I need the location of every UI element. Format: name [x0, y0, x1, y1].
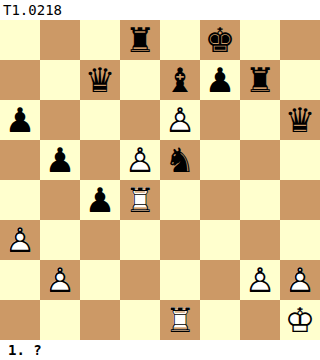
- square-d1[interactable]: [120, 300, 160, 340]
- square-f7[interactable]: ♟: [200, 60, 240, 100]
- square-a5[interactable]: [0, 140, 40, 180]
- square-d3[interactable]: [120, 220, 160, 260]
- square-h6[interactable]: ♛: [280, 100, 320, 140]
- piece-glyph: ♜: [240, 60, 280, 100]
- piece-glyph: ♜: [120, 20, 160, 60]
- piece-black-queen[interactable]: ♛: [280, 100, 320, 140]
- square-a2[interactable]: [0, 260, 40, 300]
- piece-white-pawn[interactable]: ♟♙: [240, 260, 280, 300]
- square-c3[interactable]: [80, 220, 120, 260]
- piece-glyph: ♟: [80, 180, 120, 220]
- square-d6[interactable]: [120, 100, 160, 140]
- piece-black-queen[interactable]: ♛: [80, 60, 120, 100]
- square-h7[interactable]: [280, 60, 320, 100]
- piece-white-rook[interactable]: ♜♖: [160, 300, 200, 340]
- square-h1[interactable]: ♚♔: [280, 300, 320, 340]
- square-h3[interactable]: [280, 220, 320, 260]
- square-b5[interactable]: ♟: [40, 140, 80, 180]
- piece-glyph-outline: ♙: [0, 220, 40, 260]
- square-g4[interactable]: [240, 180, 280, 220]
- puzzle-id: T1.0218: [3, 2, 62, 18]
- piece-black-rook[interactable]: ♜: [120, 20, 160, 60]
- square-d7[interactable]: [120, 60, 160, 100]
- piece-glyph-outline: ♙: [240, 260, 280, 300]
- move-prompt: 1. ?: [8, 342, 42, 358]
- piece-glyph-outline: ♙: [280, 260, 320, 300]
- piece-white-pawn[interactable]: ♟♙: [40, 260, 80, 300]
- chess-puzzle-app: T1.0218 ♜♚♛♝♟♜♟♟♙♛♟♟♙♞♟♜♖♟♙♟♙♟♙♟♙♜♖♚♔ 1.…: [0, 0, 320, 360]
- piece-black-king[interactable]: ♚: [200, 20, 240, 60]
- square-a3[interactable]: ♟♙: [0, 220, 40, 260]
- piece-black-pawn[interactable]: ♟: [40, 140, 80, 180]
- square-b1[interactable]: [40, 300, 80, 340]
- square-g6[interactable]: [240, 100, 280, 140]
- square-e2[interactable]: [160, 260, 200, 300]
- piece-white-king[interactable]: ♚♔: [280, 300, 320, 340]
- piece-black-bishop[interactable]: ♝: [160, 60, 200, 100]
- square-d2[interactable]: [120, 260, 160, 300]
- square-c7[interactable]: ♛: [80, 60, 120, 100]
- square-f1[interactable]: [200, 300, 240, 340]
- piece-glyph-outline: ♙: [160, 100, 200, 140]
- square-e8[interactable]: [160, 20, 200, 60]
- piece-glyph: ♟: [0, 100, 40, 140]
- square-f3[interactable]: [200, 220, 240, 260]
- square-f2[interactable]: [200, 260, 240, 300]
- piece-glyph: ♝: [160, 60, 200, 100]
- square-f6[interactable]: [200, 100, 240, 140]
- piece-glyph-outline: ♙: [40, 260, 80, 300]
- piece-glyph: ♞: [160, 140, 200, 180]
- piece-glyph: ♟: [200, 60, 240, 100]
- status-bar: 1. ?: [0, 340, 320, 360]
- square-g7[interactable]: ♜: [240, 60, 280, 100]
- square-g1[interactable]: [240, 300, 280, 340]
- square-e7[interactable]: ♝: [160, 60, 200, 100]
- square-g8[interactable]: [240, 20, 280, 60]
- square-a8[interactable]: [0, 20, 40, 60]
- square-c6[interactable]: [80, 100, 120, 140]
- piece-glyph-outline: ♙: [120, 140, 160, 180]
- square-e5[interactable]: ♞: [160, 140, 200, 180]
- piece-black-pawn[interactable]: ♟: [80, 180, 120, 220]
- square-c4[interactable]: ♟: [80, 180, 120, 220]
- square-b4[interactable]: [40, 180, 80, 220]
- square-a4[interactable]: [0, 180, 40, 220]
- square-e4[interactable]: [160, 180, 200, 220]
- piece-white-pawn[interactable]: ♟♙: [0, 220, 40, 260]
- square-f5[interactable]: [200, 140, 240, 180]
- square-h5[interactable]: [280, 140, 320, 180]
- chess-board: ♜♚♛♝♟♜♟♟♙♛♟♟♙♞♟♜♖♟♙♟♙♟♙♟♙♜♖♚♔: [0, 20, 320, 340]
- square-b2[interactable]: ♟♙: [40, 260, 80, 300]
- title-bar: T1.0218: [0, 0, 320, 20]
- piece-glyph-outline: ♖: [120, 180, 160, 220]
- square-b6[interactable]: [40, 100, 80, 140]
- square-d5[interactable]: ♟♙: [120, 140, 160, 180]
- piece-glyph-outline: ♖: [160, 300, 200, 340]
- square-c1[interactable]: [80, 300, 120, 340]
- piece-white-pawn[interactable]: ♟♙: [160, 100, 200, 140]
- square-c5[interactable]: [80, 140, 120, 180]
- square-e1[interactable]: ♜♖: [160, 300, 200, 340]
- square-h4[interactable]: [280, 180, 320, 220]
- square-a1[interactable]: [0, 300, 40, 340]
- square-f4[interactable]: [200, 180, 240, 220]
- square-b7[interactable]: [40, 60, 80, 100]
- square-a6[interactable]: ♟: [0, 100, 40, 140]
- square-b8[interactable]: [40, 20, 80, 60]
- piece-glyph: ♛: [280, 100, 320, 140]
- square-d8[interactable]: ♜: [120, 20, 160, 60]
- piece-black-pawn[interactable]: ♟: [200, 60, 240, 100]
- square-h2[interactable]: ♟♙: [280, 260, 320, 300]
- piece-glyph: ♛: [80, 60, 120, 100]
- square-e3[interactable]: [160, 220, 200, 260]
- piece-glyph: ♚: [200, 20, 240, 60]
- square-f8[interactable]: ♚: [200, 20, 240, 60]
- square-e6[interactable]: ♟♙: [160, 100, 200, 140]
- square-b3[interactable]: [40, 220, 80, 260]
- square-c2[interactable]: [80, 260, 120, 300]
- square-g2[interactable]: ♟♙: [240, 260, 280, 300]
- piece-glyph: ♟: [40, 140, 80, 180]
- piece-black-pawn[interactable]: ♟: [0, 100, 40, 140]
- square-c8[interactable]: [80, 20, 120, 60]
- square-d4[interactable]: ♜♖: [120, 180, 160, 220]
- piece-white-pawn[interactable]: ♟♙: [280, 260, 320, 300]
- piece-black-rook[interactable]: ♜: [240, 60, 280, 100]
- square-a7[interactable]: [0, 60, 40, 100]
- piece-white-rook[interactable]: ♜♖: [120, 180, 160, 220]
- square-g3[interactable]: [240, 220, 280, 260]
- piece-white-pawn[interactable]: ♟♙: [120, 140, 160, 180]
- square-h8[interactable]: [280, 20, 320, 60]
- piece-glyph-outline: ♔: [280, 300, 320, 340]
- piece-black-knight[interactable]: ♞: [160, 140, 200, 180]
- square-g5[interactable]: [240, 140, 280, 180]
